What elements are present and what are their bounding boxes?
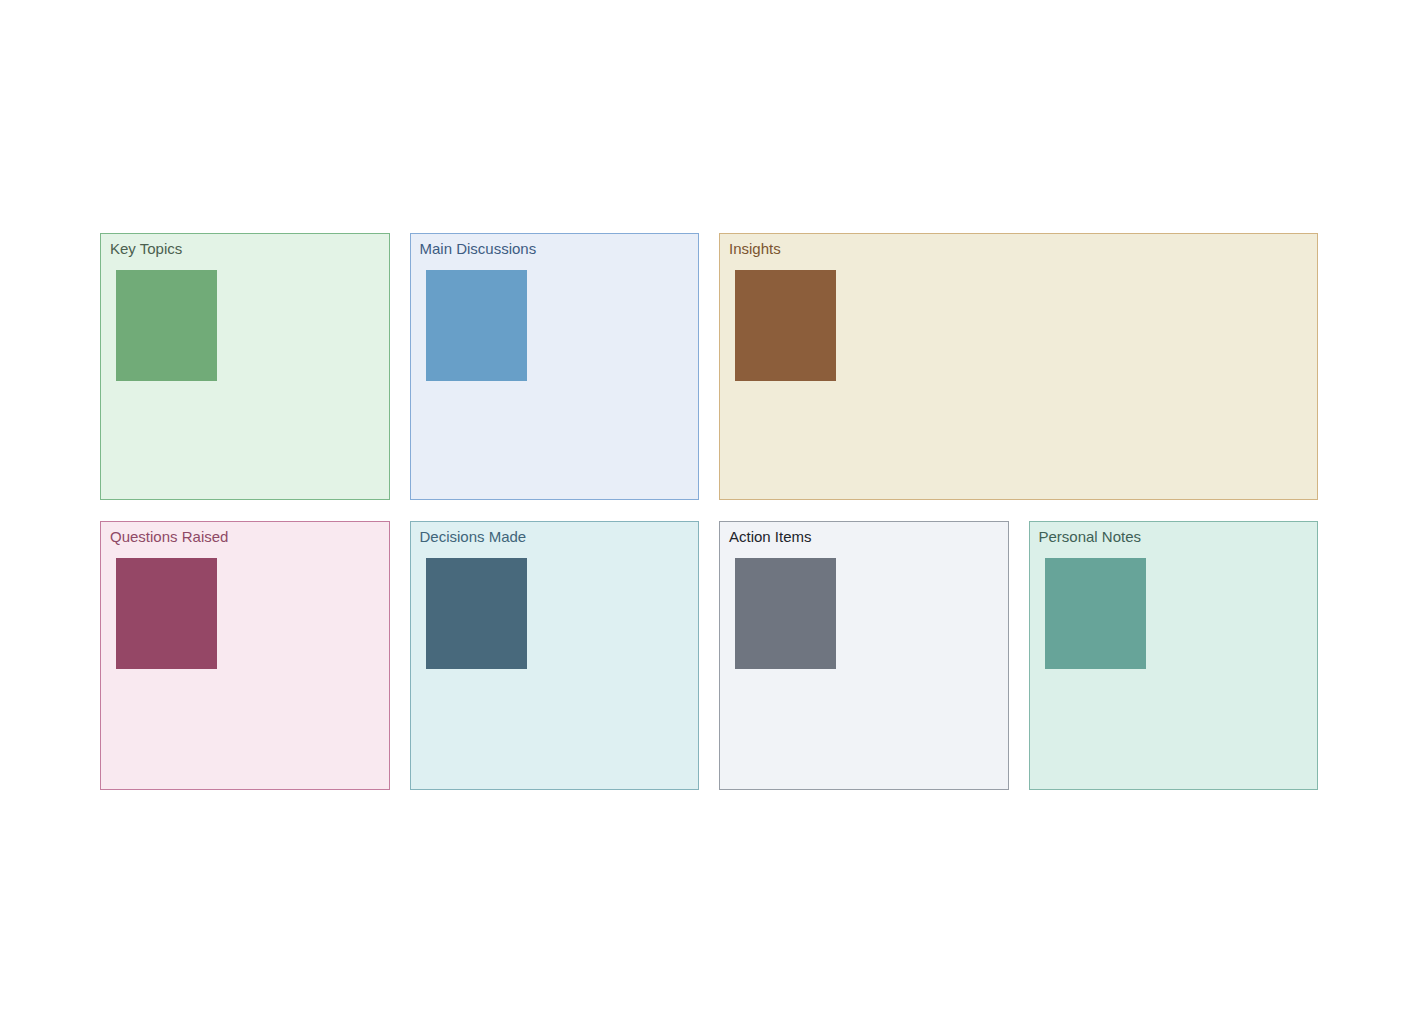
panel-key-topics-title: Key Topics (110, 239, 182, 259)
panel-decisions-made[interactable]: Decisions Made (410, 521, 700, 790)
insights-color-swatch[interactable] (735, 270, 836, 381)
panel-key-topics[interactable]: Key Topics (100, 233, 390, 500)
panel-questions-raised[interactable]: Questions Raised (100, 521, 390, 790)
key-topics-color-swatch[interactable] (116, 270, 217, 381)
panel-personal-notes-title: Personal Notes (1039, 527, 1142, 547)
panel-personal-notes[interactable]: Personal Notes (1029, 521, 1319, 790)
panel-decisions-made-title: Decisions Made (420, 527, 527, 547)
panel-action-items-title: Action Items (729, 527, 812, 547)
main-discussions-color-swatch[interactable] (426, 270, 527, 381)
personal-notes-color-swatch[interactable] (1045, 558, 1146, 669)
action-items-color-swatch[interactable] (735, 558, 836, 669)
panel-questions-raised-title: Questions Raised (110, 527, 228, 547)
panel-insights-title: Insights (729, 239, 781, 259)
decisions-made-color-swatch[interactable] (426, 558, 527, 669)
panel-main-discussions-title: Main Discussions (420, 239, 537, 259)
panel-main-discussions[interactable]: Main Discussions (410, 233, 700, 500)
panel-action-items[interactable]: Action Items (719, 521, 1009, 790)
whiteboard-canvas: Key Topics Main Discussions Insights Que… (0, 0, 1418, 1024)
notes-board: Key Topics Main Discussions Insights Que… (100, 233, 1318, 790)
questions-raised-color-swatch[interactable] (116, 558, 217, 669)
panel-insights[interactable]: Insights (719, 233, 1318, 500)
